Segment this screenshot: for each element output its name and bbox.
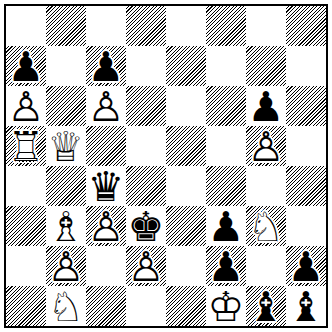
piece-black-pawn[interactable]: ♟♟ [286,246,326,286]
square-f6[interactable] [206,86,246,126]
square-g1[interactable]: ♝♝ [246,286,286,326]
black-queen-icon: ♛ [86,166,126,206]
black-bishop-icon: ♝ [286,286,326,326]
square-c3[interactable]: ♟♙ [86,206,126,246]
square-c5[interactable] [86,126,126,166]
square-b6[interactable] [46,86,86,126]
piece-white-bishop[interactable]: ♝♗ [46,206,86,246]
white-pawn-icon: ♙ [46,246,86,286]
square-h4[interactable] [286,166,326,206]
white-pawn-icon: ♙ [246,126,286,166]
square-h7[interactable] [286,46,326,86]
black-pawn-icon: ♟ [286,246,326,286]
square-c4[interactable]: ♛♛ [86,166,126,206]
white-pawn-icon: ♙ [86,206,126,246]
square-f8[interactable] [206,6,246,46]
square-e4[interactable] [166,166,206,206]
square-g4[interactable] [246,166,286,206]
piece-white-pawn[interactable]: ♟♙ [6,86,46,126]
white-knight-icon: ♘ [46,286,86,326]
square-h8[interactable] [286,6,326,46]
piece-white-knight[interactable]: ♞♘ [46,286,86,326]
square-d5[interactable] [126,126,166,166]
piece-white-pawn[interactable]: ♟♙ [86,206,126,246]
piece-white-pawn[interactable]: ♟♙ [126,246,166,286]
square-f2[interactable]: ♟♟ [206,246,246,286]
piece-black-queen[interactable]: ♛♛ [86,166,126,206]
piece-white-queen[interactable]: ♛♕ [46,126,86,166]
piece-black-bishop[interactable]: ♝♝ [246,286,286,326]
square-b4[interactable] [46,166,86,206]
piece-white-knight[interactable]: ♞♘ [246,206,286,246]
piece-white-rook[interactable]: ♜♖ [6,126,46,166]
square-h3[interactable] [286,206,326,246]
square-e3[interactable] [166,206,206,246]
square-e5[interactable] [166,126,206,166]
black-pawn-icon: ♟ [246,86,286,126]
square-b3[interactable]: ♝♗ [46,206,86,246]
square-d6[interactable] [126,86,166,126]
piece-black-pawn[interactable]: ♟♟ [86,46,126,86]
square-a7[interactable]: ♟♟ [6,46,46,86]
square-g2[interactable] [246,246,286,286]
chessboard-diagram: ♟♟♟♟♟♙♟♙♟♟♜♖♛♕♟♙♛♛♝♗♟♙♚♚♟♟♞♘♟♙♟♙♟♟♟♟♞♘♚♔… [0,0,332,332]
square-d2[interactable]: ♟♙ [126,246,166,286]
piece-black-pawn[interactable]: ♟♟ [246,86,286,126]
square-d4[interactable] [126,166,166,206]
square-b7[interactable] [46,46,86,86]
piece-white-pawn[interactable]: ♟♙ [86,86,126,126]
square-a3[interactable] [6,206,46,246]
piece-white-king[interactable]: ♚♔ [206,286,246,326]
square-e1[interactable] [166,286,206,326]
piece-black-pawn[interactable]: ♟♟ [6,46,46,86]
square-e6[interactable] [166,86,206,126]
square-b8[interactable] [46,6,86,46]
square-g5[interactable]: ♟♙ [246,126,286,166]
square-g8[interactable] [246,6,286,46]
square-a8[interactable] [6,6,46,46]
black-bishop-icon: ♝ [246,286,286,326]
white-queen-icon: ♕ [46,126,86,166]
square-h1[interactable]: ♝♝ [286,286,326,326]
square-d7[interactable] [126,46,166,86]
square-f1[interactable]: ♚♔ [206,286,246,326]
square-d1[interactable] [126,286,166,326]
white-king-icon: ♔ [206,286,246,326]
piece-black-pawn[interactable]: ♟♟ [206,246,246,286]
black-pawn-icon: ♟ [86,46,126,86]
square-a4[interactable] [6,166,46,206]
black-pawn-icon: ♟ [206,246,246,286]
square-a1[interactable] [6,286,46,326]
square-f3[interactable]: ♟♟ [206,206,246,246]
square-a6[interactable]: ♟♙ [6,86,46,126]
piece-white-pawn[interactable]: ♟♙ [46,246,86,286]
square-f5[interactable] [206,126,246,166]
square-d8[interactable] [126,6,166,46]
square-b5[interactable]: ♛♕ [46,126,86,166]
square-f4[interactable] [206,166,246,206]
square-h6[interactable] [286,86,326,126]
square-b1[interactable]: ♞♘ [46,286,86,326]
square-c7[interactable]: ♟♟ [86,46,126,86]
white-pawn-icon: ♙ [6,86,46,126]
white-knight-icon: ♘ [246,206,286,246]
square-h5[interactable] [286,126,326,166]
square-e8[interactable] [166,6,206,46]
black-pawn-icon: ♟ [206,206,246,246]
square-a2[interactable] [6,246,46,286]
square-b2[interactable]: ♟♙ [46,246,86,286]
chess-board: ♟♟♟♟♟♙♟♙♟♟♜♖♛♕♟♙♛♛♝♗♟♙♚♚♟♟♞♘♟♙♟♙♟♟♟♟♞♘♚♔… [4,4,328,328]
black-king-icon: ♚ [126,206,166,246]
square-g3[interactable]: ♞♘ [246,206,286,246]
piece-black-bishop[interactable]: ♝♝ [286,286,326,326]
square-c8[interactable] [86,6,126,46]
white-pawn-icon: ♙ [86,86,126,126]
square-g6[interactable]: ♟♟ [246,86,286,126]
white-rook-icon: ♖ [6,126,46,166]
square-a5[interactable]: ♜♖ [6,126,46,166]
piece-white-pawn[interactable]: ♟♙ [246,126,286,166]
square-c2[interactable] [86,246,126,286]
square-f7[interactable] [206,46,246,86]
square-c6[interactable]: ♟♙ [86,86,126,126]
white-pawn-icon: ♙ [126,246,166,286]
square-g7[interactable] [246,46,286,86]
piece-black-king[interactable]: ♚♚ [126,206,166,246]
square-d3[interactable]: ♚♚ [126,206,166,246]
square-c1[interactable] [86,286,126,326]
square-e7[interactable] [166,46,206,86]
white-bishop-icon: ♗ [46,206,86,246]
piece-black-pawn[interactable]: ♟♟ [206,206,246,246]
black-pawn-icon: ♟ [6,46,46,86]
square-h2[interactable]: ♟♟ [286,246,326,286]
square-e2[interactable] [166,246,206,286]
